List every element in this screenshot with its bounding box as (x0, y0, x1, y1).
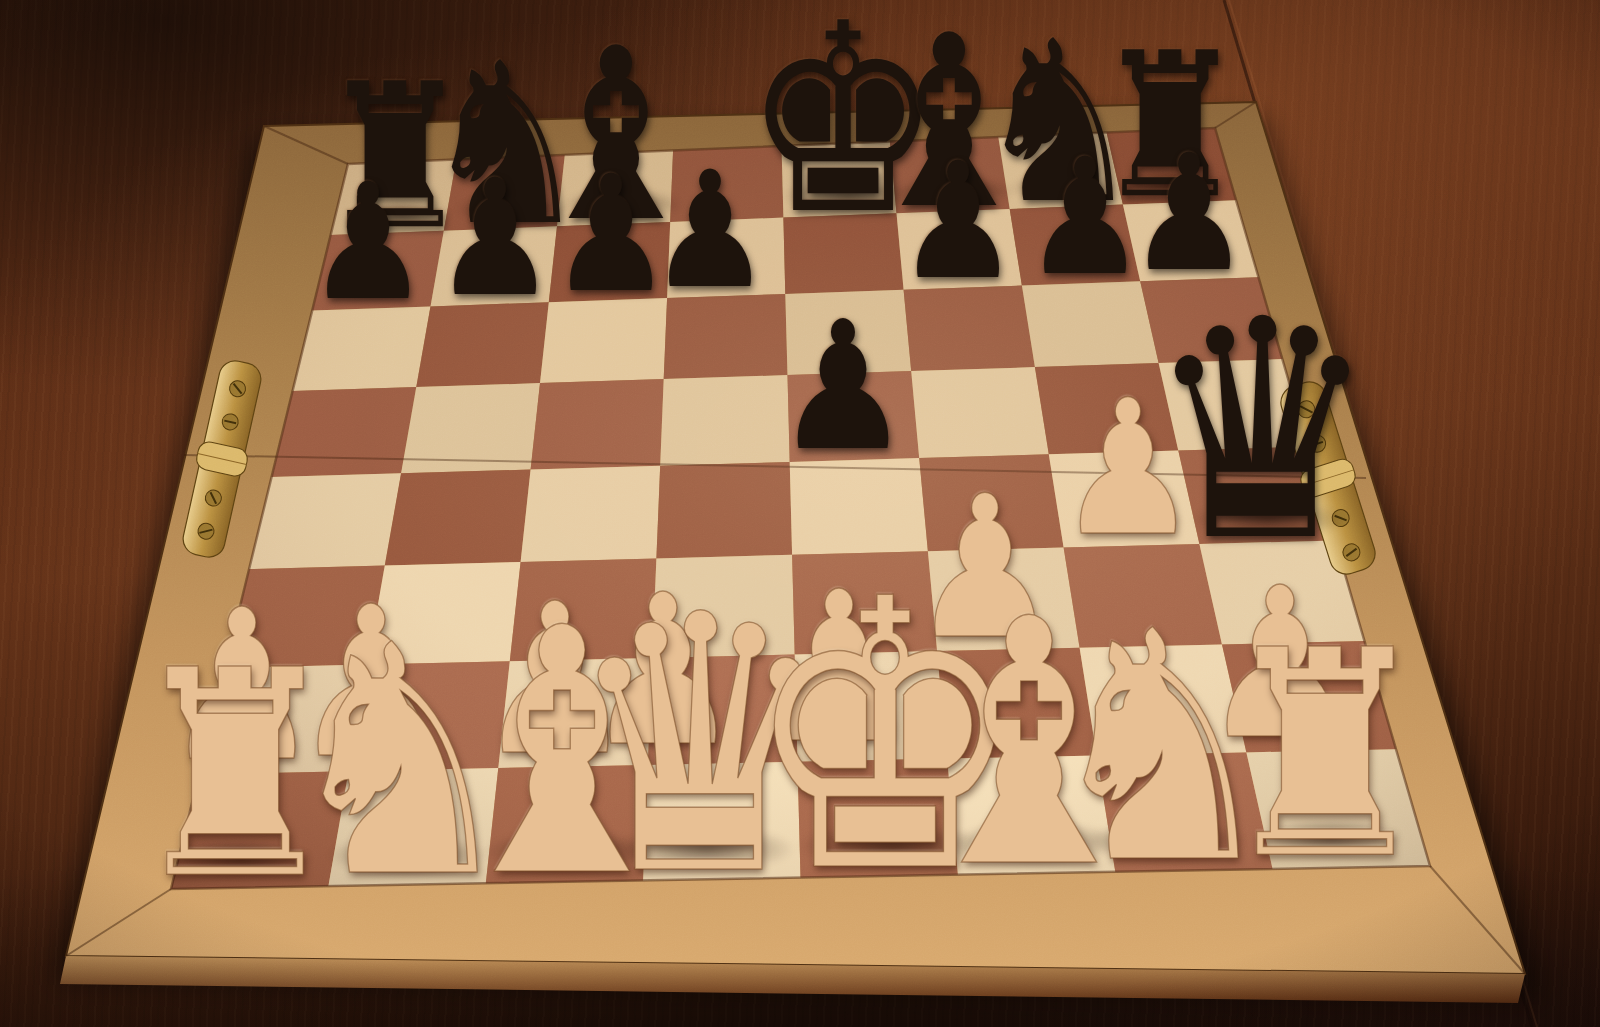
piece-black-pawn-e5: ♟ (775, 298, 911, 476)
piece-black-pawn-a7: ♟ (307, 162, 430, 323)
piece-white-rook-h1: ♜ (1216, 613, 1433, 898)
piece-black-queen-h4: ♛ (1147, 280, 1378, 583)
piece-black-pawn-b7: ♟ (434, 158, 557, 319)
piece-black-pawn-d7: ♟ (649, 150, 772, 311)
pieces-layer: ♜♞♝♚♝♞♜♟♟♟♟♟♟♟♟♟♛♟♟♟♟♟♟♟♜♞♝♛♚♝♞♜ (0, 0, 1600, 1027)
piece-black-pawn-f7: ♟ (897, 141, 1020, 302)
photo-scene: ♜♞♝♚♝♞♜♟♟♟♟♟♟♟♟♟♛♟♟♟♟♟♟♟♜♞♝♛♚♝♞♜ (0, 0, 1600, 1027)
